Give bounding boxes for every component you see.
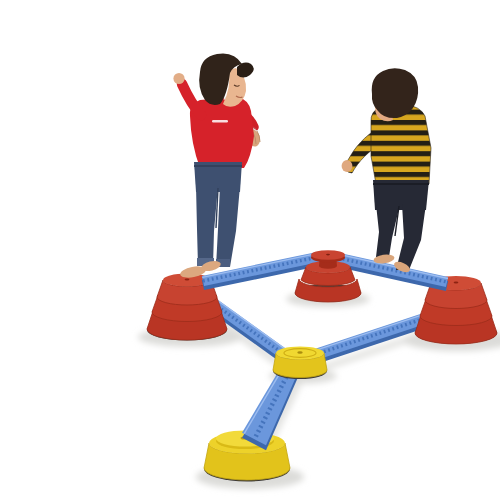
balance-course-scene — [40, 16, 500, 500]
boy-fist — [342, 160, 353, 172]
yellow-connector-stone — [273, 347, 327, 380]
product-photo — [40, 16, 500, 500]
girl-fist — [173, 73, 184, 84]
shirt-print-graphic — [212, 120, 228, 122]
